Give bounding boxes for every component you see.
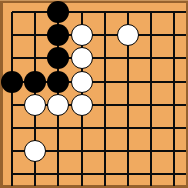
white-stone [71, 94, 93, 116]
board-intersection[interactable] [70, 140, 93, 163]
board-intersection[interactable] [116, 93, 139, 116]
white-stone [71, 24, 93, 46]
white-stone [71, 47, 93, 69]
board-intersection[interactable] [93, 70, 116, 93]
black-stone [47, 71, 69, 93]
board-intersection[interactable] [140, 70, 163, 93]
board-intersection[interactable] [163, 0, 186, 23]
board-intersection[interactable] [70, 116, 93, 139]
board-intersection[interactable] [93, 0, 116, 23]
black-stone [47, 47, 69, 69]
board-intersection[interactable] [116, 47, 139, 70]
board-intersection[interactable] [140, 0, 163, 23]
board-intersection[interactable] [24, 24, 47, 47]
black-stone [47, 24, 69, 46]
board-intersection[interactable] [24, 93, 47, 116]
board-intersection[interactable] [47, 116, 70, 139]
board-intersection[interactable] [0, 24, 23, 47]
board-intersection[interactable] [116, 163, 139, 186]
board-intersection[interactable] [140, 163, 163, 186]
board-intersection[interactable] [24, 0, 47, 23]
board-intersection[interactable] [24, 70, 47, 93]
board-intersection[interactable] [24, 140, 47, 163]
board-intersection[interactable] [93, 24, 116, 47]
board-intersection[interactable] [0, 163, 23, 186]
board-intersection[interactable] [47, 0, 70, 23]
board-intersection[interactable] [140, 47, 163, 70]
board-intersection[interactable] [0, 140, 23, 163]
board-intersection[interactable] [47, 140, 70, 163]
board-intersection[interactable] [163, 163, 186, 186]
white-stone [47, 94, 69, 116]
board-intersection[interactable] [93, 140, 116, 163]
board-intersection[interactable] [70, 24, 93, 47]
board-intersection[interactable] [163, 93, 186, 116]
board-intersection[interactable] [0, 47, 23, 70]
board-intersection[interactable] [93, 47, 116, 70]
board-intersection[interactable] [47, 70, 70, 93]
board-intersection[interactable] [24, 163, 47, 186]
white-stone [117, 24, 139, 46]
go-board-diagram [0, 0, 188, 188]
board-intersection[interactable] [163, 140, 186, 163]
black-stone [47, 1, 69, 23]
board-intersection[interactable] [116, 140, 139, 163]
board-intersection[interactable] [116, 116, 139, 139]
black-stone [1, 71, 23, 93]
board-intersection[interactable] [0, 93, 23, 116]
board-intersection[interactable] [163, 47, 186, 70]
board-intersection[interactable] [93, 93, 116, 116]
board-intersection[interactable] [116, 70, 139, 93]
board-intersection[interactable] [47, 93, 70, 116]
board-intersection[interactable] [163, 116, 186, 139]
board-intersection[interactable] [93, 116, 116, 139]
board-intersection[interactable] [140, 116, 163, 139]
board-intersection[interactable] [140, 24, 163, 47]
board-intersection[interactable] [70, 70, 93, 93]
board-intersection[interactable] [70, 47, 93, 70]
black-stone [24, 71, 46, 93]
board-intersection[interactable] [116, 0, 139, 23]
board-intersection[interactable] [47, 24, 70, 47]
goban-grid[interactable] [0, 0, 186, 186]
board-intersection[interactable] [140, 140, 163, 163]
board-intersection[interactable] [93, 163, 116, 186]
board-intersection[interactable] [70, 0, 93, 23]
board-intersection[interactable] [163, 70, 186, 93]
board-intersection[interactable] [24, 116, 47, 139]
board-intersection[interactable] [70, 93, 93, 116]
board-intersection[interactable] [24, 47, 47, 70]
board-intersection[interactable] [0, 70, 23, 93]
board-intersection[interactable] [0, 116, 23, 139]
board-intersection[interactable] [140, 93, 163, 116]
board-intersection[interactable] [0, 0, 23, 23]
board-intersection[interactable] [47, 163, 70, 186]
board-intersection[interactable] [163, 24, 186, 47]
white-stone [24, 140, 46, 162]
board-intersection[interactable] [116, 24, 139, 47]
board-intersection[interactable] [47, 47, 70, 70]
white-stone [24, 94, 46, 116]
white-stone [71, 71, 93, 93]
board-intersection[interactable] [70, 163, 93, 186]
